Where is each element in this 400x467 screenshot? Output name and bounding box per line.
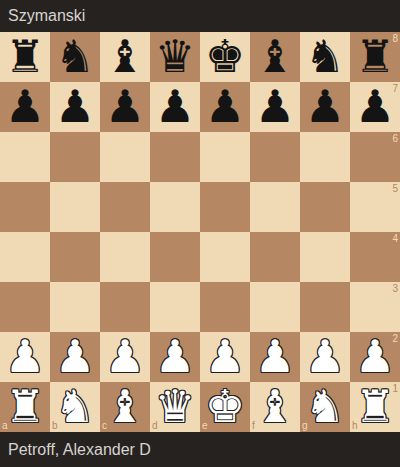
black-queen[interactable]: ♛ [155,32,195,82]
square-e6[interactable] [200,132,250,182]
square-a2[interactable]: ♟ [0,332,50,382]
square-b3[interactable] [50,282,100,332]
black-pawn[interactable]: ♟ [205,82,245,132]
square-b4[interactable] [50,232,100,282]
square-h8[interactable]: 8♜ [350,32,400,82]
square-a4[interactable] [0,232,50,282]
player-bar-top: Szymanski [0,0,400,32]
rank-label-6: 6 [392,134,398,144]
white-pawn[interactable]: ♟ [355,332,395,382]
square-d8[interactable]: ♛ [150,32,200,82]
rank-label-4: 4 [392,234,398,244]
black-bishop[interactable]: ♝ [105,32,145,82]
square-c1[interactable]: c♝ [100,382,150,432]
square-c7[interactable]: ♟ [100,82,150,132]
chess-game-window: Szymanski ♜♞♝♛♚♝♞8♜♟♟♟♟♟♟♟7♟6543♟♟♟♟♟♟♟2… [0,0,400,467]
square-c5[interactable] [100,182,150,232]
rank-label-5: 5 [392,184,398,194]
square-h7[interactable]: 7♟ [350,82,400,132]
square-c4[interactable] [100,232,150,282]
square-g1[interactable]: g♞ [300,382,350,432]
square-c6[interactable] [100,132,150,182]
white-pawn[interactable]: ♟ [305,332,345,382]
square-a7[interactable]: ♟ [0,82,50,132]
white-pawn[interactable]: ♟ [55,332,95,382]
square-c3[interactable] [100,282,150,332]
white-bishop[interactable]: ♝ [255,382,295,432]
square-d3[interactable] [150,282,200,332]
black-pawn[interactable]: ♟ [55,82,95,132]
square-d7[interactable]: ♟ [150,82,200,132]
square-e7[interactable]: ♟ [200,82,250,132]
square-d2[interactable]: ♟ [150,332,200,382]
square-e1[interactable]: e♚ [200,382,250,432]
square-b5[interactable] [50,182,100,232]
white-bishop[interactable]: ♝ [105,382,145,432]
rank-label-3: 3 [392,284,398,294]
player-bar-bottom: Petroff, Alexander D [0,432,400,467]
square-h1[interactable]: 1h♜ [350,382,400,432]
black-knight[interactable]: ♞ [305,32,345,82]
black-pawn[interactable]: ♟ [105,82,145,132]
square-e4[interactable] [200,232,250,282]
player-name-black: Szymanski [8,7,85,25]
black-pawn[interactable]: ♟ [155,82,195,132]
white-knight[interactable]: ♞ [55,382,95,432]
square-f1[interactable]: f♝ [250,382,300,432]
square-h4[interactable]: 4 [350,232,400,282]
white-pawn[interactable]: ♟ [155,332,195,382]
square-e5[interactable] [200,182,250,232]
black-rook[interactable]: ♜ [5,32,45,82]
chess-board: ♜♞♝♛♚♝♞8♜♟♟♟♟♟♟♟7♟6543♟♟♟♟♟♟♟2♟a♜b♞c♝d♛e… [0,32,400,432]
square-e8[interactable]: ♚ [200,32,250,82]
square-h5[interactable]: 5 [350,182,400,232]
square-e2[interactable]: ♟ [200,332,250,382]
square-d4[interactable] [150,232,200,282]
white-knight[interactable]: ♞ [305,382,345,432]
black-king[interactable]: ♚ [205,32,245,82]
square-h3[interactable]: 3 [350,282,400,332]
square-d5[interactable] [150,182,200,232]
white-queen[interactable]: ♛ [155,382,195,432]
square-g6[interactable] [300,132,350,182]
square-g8[interactable]: ♞ [300,32,350,82]
square-b7[interactable]: ♟ [50,82,100,132]
square-g7[interactable]: ♟ [300,82,350,132]
square-g5[interactable] [300,182,350,232]
square-a1[interactable]: a♜ [0,382,50,432]
white-pawn[interactable]: ♟ [255,332,295,382]
white-pawn[interactable]: ♟ [205,332,245,382]
black-pawn[interactable]: ♟ [355,82,395,132]
black-pawn[interactable]: ♟ [305,82,345,132]
square-b6[interactable] [50,132,100,182]
square-b2[interactable]: ♟ [50,332,100,382]
player-name-white: Petroff, Alexander D [8,441,151,459]
square-d1[interactable]: d♛ [150,382,200,432]
square-b8[interactable]: ♞ [50,32,100,82]
square-f4[interactable] [250,232,300,282]
square-g4[interactable] [300,232,350,282]
square-g3[interactable] [300,282,350,332]
square-e3[interactable] [200,282,250,332]
square-a3[interactable] [0,282,50,332]
black-rook[interactable]: ♜ [355,32,395,82]
white-king[interactable]: ♚ [205,382,245,432]
square-c8[interactable]: ♝ [100,32,150,82]
square-f7[interactable]: ♟ [250,82,300,132]
white-rook[interactable]: ♜ [355,382,395,432]
black-pawn[interactable]: ♟ [255,82,295,132]
black-pawn[interactable]: ♟ [5,82,45,132]
square-f8[interactable]: ♝ [250,32,300,82]
white-rook[interactable]: ♜ [5,382,45,432]
square-f2[interactable]: ♟ [250,332,300,382]
black-bishop[interactable]: ♝ [255,32,295,82]
white-pawn[interactable]: ♟ [105,332,145,382]
black-knight[interactable]: ♞ [55,32,95,82]
square-h2[interactable]: 2♟ [350,332,400,382]
square-a8[interactable]: ♜ [0,32,50,82]
square-a5[interactable] [0,182,50,232]
square-f3[interactable] [250,282,300,332]
square-c2[interactable]: ♟ [100,332,150,382]
square-h6[interactable]: 6 [350,132,400,182]
square-d6[interactable] [150,132,200,182]
square-a6[interactable] [0,132,50,182]
square-g2[interactable]: ♟ [300,332,350,382]
square-b1[interactable]: b♞ [50,382,100,432]
square-f5[interactable] [250,182,300,232]
white-pawn[interactable]: ♟ [5,332,45,382]
square-f6[interactable] [250,132,300,182]
